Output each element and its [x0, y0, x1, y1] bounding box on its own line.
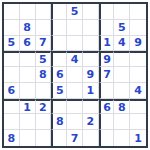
cell-r7c1[interactable]: [4, 99, 20, 115]
cell-r4c9[interactable]: [130, 51, 146, 67]
given-digit: 1: [23, 102, 31, 113]
given-digit: 6: [23, 37, 31, 48]
cell-r7c2[interactable]: 1: [20, 99, 36, 115]
given-digit: 2: [39, 102, 47, 113]
given-digit: 6: [56, 69, 64, 80]
given-digit: 9: [134, 37, 142, 48]
cell-r9c2[interactable]: [20, 130, 36, 146]
cell-r7c3[interactable]: 2: [36, 99, 52, 115]
given-digit: 8: [23, 22, 31, 33]
cell-r2c9[interactable]: [130, 20, 146, 36]
cell-r1c8[interactable]: [114, 4, 130, 20]
cell-r5c7[interactable]: 7: [99, 67, 115, 83]
cell-r4c5[interactable]: 4: [67, 51, 83, 67]
cell-r2c5[interactable]: [67, 20, 83, 36]
cell-r5c3[interactable]: 8: [36, 67, 52, 83]
given-digit: 8: [56, 116, 64, 127]
cell-r7c4[interactable]: [51, 99, 67, 115]
cell-r7c6[interactable]: [83, 99, 99, 115]
cell-r9c3[interactable]: [36, 130, 52, 146]
cell-r8c3[interactable]: [36, 114, 52, 130]
cell-r6c1[interactable]: 6: [4, 83, 20, 99]
cell-r1c5[interactable]: 5: [67, 4, 83, 20]
given-digit: 6: [8, 85, 16, 96]
given-digit: 7: [71, 133, 79, 144]
given-digit: 6: [103, 102, 111, 113]
cell-r8c2[interactable]: [20, 114, 36, 130]
sudoku-app: 58556714954986976514126882871: [0, 0, 150, 150]
cell-r8c6[interactable]: 2: [83, 114, 99, 130]
given-digit: 4: [118, 37, 126, 48]
cell-r2c7[interactable]: [99, 20, 115, 36]
cell-r7c5[interactable]: [67, 99, 83, 115]
cell-r4c2[interactable]: [20, 51, 36, 67]
given-digit: 8: [118, 102, 126, 113]
cell-r5c8[interactable]: [114, 67, 130, 83]
cell-r1c1[interactable]: [4, 4, 20, 20]
cell-r4c8[interactable]: [114, 51, 130, 67]
cell-r3c7[interactable]: 1: [99, 36, 115, 52]
given-digit: 2: [86, 116, 94, 127]
cell-r1c3[interactable]: [36, 4, 52, 20]
given-digit: 5: [118, 22, 126, 33]
given-digit: 7: [103, 69, 111, 80]
cell-r1c7[interactable]: [99, 4, 115, 20]
given-digit: 1: [134, 133, 142, 144]
cell-r6c2[interactable]: [20, 83, 36, 99]
cell-r3c3[interactable]: 7: [36, 36, 52, 52]
cell-r1c9[interactable]: [130, 4, 146, 20]
cell-r6c9[interactable]: 4: [130, 83, 146, 99]
cell-r9c7[interactable]: [99, 130, 115, 146]
cell-r4c4[interactable]: [51, 51, 67, 67]
cell-r3c4[interactable]: [51, 36, 67, 52]
cell-r8c8[interactable]: [114, 114, 130, 130]
given-digit: 5: [8, 37, 16, 48]
given-digit: 8: [8, 133, 16, 144]
cell-r6c4[interactable]: 5: [51, 83, 67, 99]
cell-r7c9[interactable]: [130, 99, 146, 115]
cell-r5c6[interactable]: 9: [83, 67, 99, 83]
sudoku-board: 58556714954986976514126882871: [2, 2, 148, 148]
cell-r3c2[interactable]: 6: [20, 36, 36, 52]
cell-r1c6[interactable]: [83, 4, 99, 20]
cell-r9c8[interactable]: [114, 130, 130, 146]
given-digit: 9: [103, 54, 111, 65]
cell-r9c9[interactable]: 1: [130, 130, 146, 146]
cell-r3c5[interactable]: [67, 36, 83, 52]
given-digit: 9: [86, 69, 94, 80]
cell-r8c7[interactable]: [99, 114, 115, 130]
cell-r6c3[interactable]: [36, 83, 52, 99]
cell-r3c1[interactable]: 5: [4, 36, 20, 52]
cell-r5c9[interactable]: [130, 67, 146, 83]
given-digit: 4: [134, 85, 142, 96]
cell-r4c3[interactable]: 5: [36, 51, 52, 67]
cell-r7c8[interactable]: 8: [114, 99, 130, 115]
cell-r2c3[interactable]: [36, 20, 52, 36]
cell-r1c2[interactable]: [20, 4, 36, 20]
given-digit: 7: [39, 37, 47, 48]
given-digit: 4: [71, 54, 79, 65]
cell-r9c4[interactable]: [51, 130, 67, 146]
cell-r1c4[interactable]: [51, 4, 67, 20]
cell-r6c5[interactable]: [67, 83, 83, 99]
cell-r3c9[interactable]: 9: [130, 36, 146, 52]
given-digit: 8: [39, 69, 47, 80]
cell-r2c4[interactable]: [51, 20, 67, 36]
cell-r6c7[interactable]: [99, 83, 115, 99]
cell-r2c8[interactable]: 5: [114, 20, 130, 36]
given-digit: 5: [56, 85, 64, 96]
cell-r9c1[interactable]: 8: [4, 130, 20, 146]
cell-r2c2[interactable]: 8: [20, 20, 36, 36]
given-digit: 5: [39, 54, 47, 65]
cell-r2c1[interactable]: [4, 20, 20, 36]
cell-r6c8[interactable]: [114, 83, 130, 99]
cell-r8c4[interactable]: 8: [51, 114, 67, 130]
given-digit: 1: [103, 37, 111, 48]
cell-r6c6[interactable]: 1: [83, 83, 99, 99]
cell-r8c9[interactable]: [130, 114, 146, 130]
cell-r4c1[interactable]: [4, 51, 20, 67]
cell-r4c6[interactable]: [83, 51, 99, 67]
cell-r9c6[interactable]: [83, 130, 99, 146]
cell-r5c2[interactable]: [20, 67, 36, 83]
cell-r3c8[interactable]: 4: [114, 36, 130, 52]
cell-r7c7[interactable]: 6: [99, 99, 115, 115]
given-digit: 5: [71, 6, 79, 17]
cell-r8c5[interactable]: [67, 114, 83, 130]
cell-r5c4[interactable]: 6: [51, 67, 67, 83]
given-digit: 1: [86, 85, 94, 96]
cell-r3c6[interactable]: [83, 36, 99, 52]
cell-r8c1[interactable]: [4, 114, 20, 130]
cell-r5c1[interactable]: [4, 67, 20, 83]
cell-r4c7[interactable]: 9: [99, 51, 115, 67]
cell-r9c5[interactable]: 7: [67, 130, 83, 146]
cell-r2c6[interactable]: [83, 20, 99, 36]
cell-r5c5[interactable]: [67, 67, 83, 83]
